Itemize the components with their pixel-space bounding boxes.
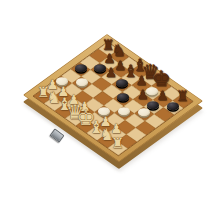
piece-dark-rook-h8[interactable]: ♜ [176, 89, 189, 103]
piece-dark-king-f8[interactable]: ♚ [152, 68, 171, 89]
checker-black-g6[interactable] [147, 102, 159, 110]
piece-dark-pawn-g7[interactable]: ♟ [157, 89, 169, 102]
checker-black-e5[interactable] [117, 94, 129, 102]
product-photo-scene: ♜♞♝♛♚♜♟♟♝♟♟♟♟♟♟♟♟♟♟♜♞♝♛♚♝♞♜ [0, 0, 220, 220]
piece-dark-pawn-c6[interactable]: ♟ [105, 66, 117, 79]
checker-white-b4[interactable] [76, 78, 88, 86]
checker-black-h7[interactable] [167, 102, 179, 110]
piece-dark-pawn-e7[interactable]: ♟ [136, 74, 148, 87]
piece-light-rook-h1[interactable]: ♜ [111, 136, 124, 150]
checker-white-g5[interactable] [138, 108, 150, 116]
checker-white-f4[interactable] [118, 108, 130, 116]
checker-black-a5[interactable] [75, 64, 87, 72]
checker-black-d6[interactable] [116, 79, 128, 87]
piece-dark-pawn-f6[interactable]: ♟ [137, 88, 149, 101]
